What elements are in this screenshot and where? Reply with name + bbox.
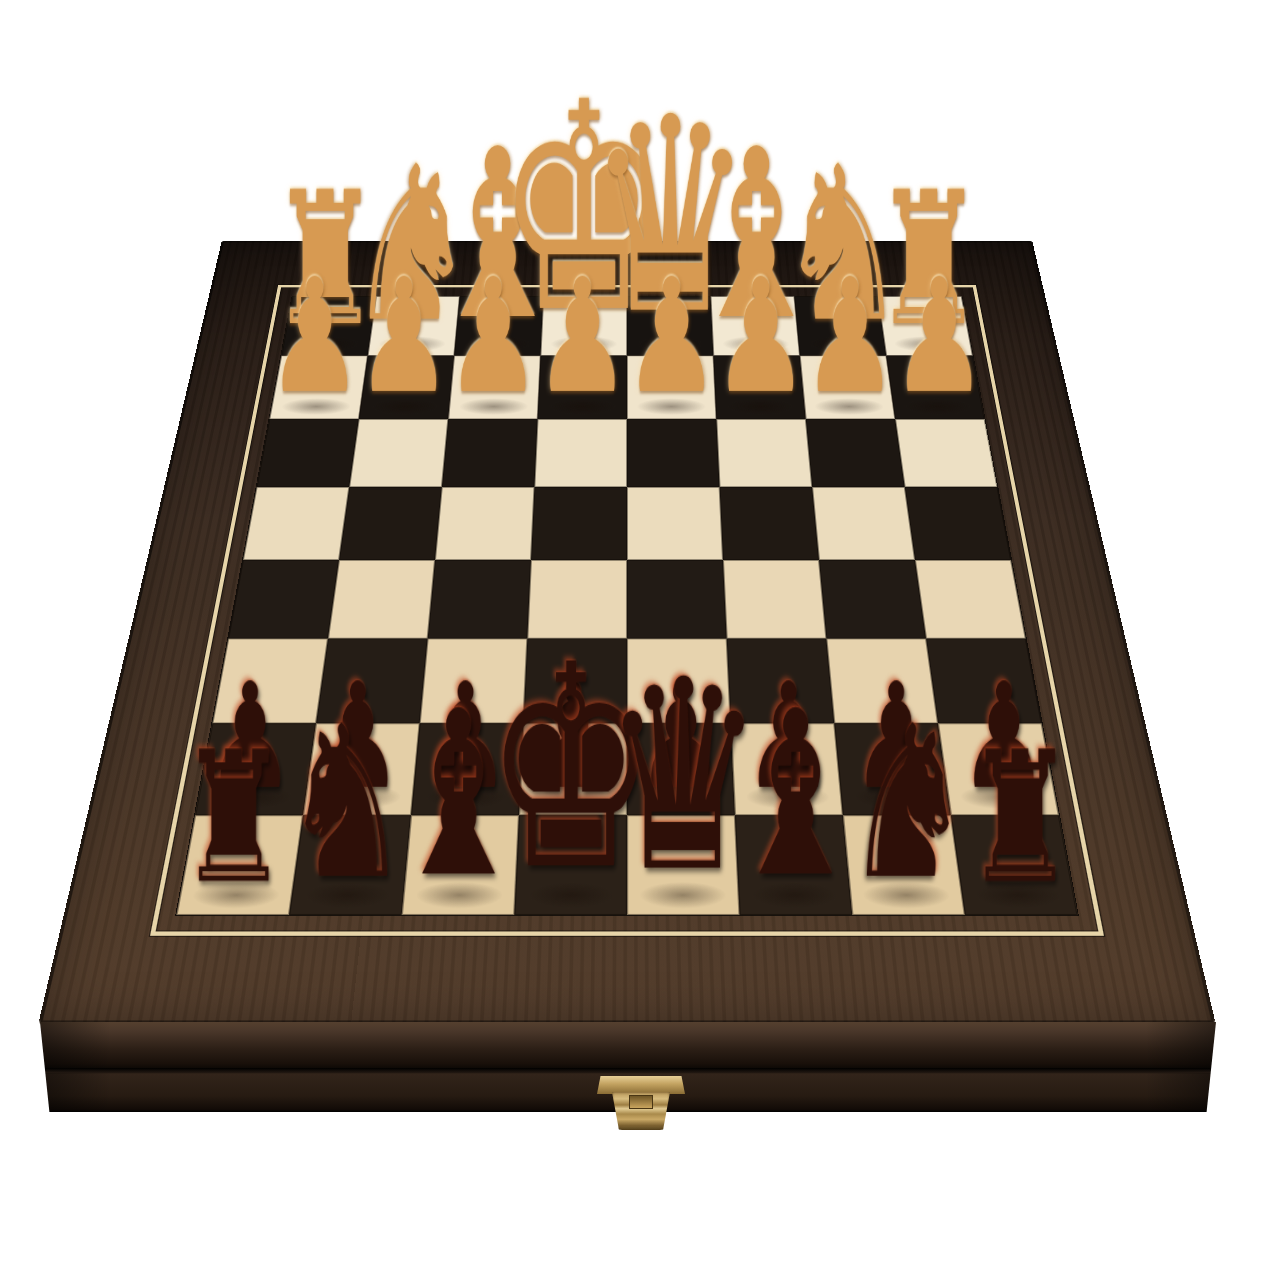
square-f3[interactable] (442, 419, 538, 487)
square-a3[interactable] (895, 419, 997, 487)
square-c4[interactable] (720, 487, 819, 560)
square-a4[interactable] (905, 487, 1011, 560)
piece-black-knight[interactable]: ♞ (844, 698, 972, 909)
square-h5[interactable] (228, 560, 339, 639)
square-d3[interactable] (627, 419, 720, 487)
piece-white-pawn[interactable]: ♟ (802, 257, 898, 415)
square-d8[interactable]: ♛ (627, 815, 740, 915)
square-g2[interactable]: ♟ (359, 356, 454, 419)
square-a5[interactable] (915, 560, 1026, 639)
chess-box-lid: ♜♞♝♚♛♝♞♜♟♟♟♟♟♟♟♟♟♟♟♟♟♟♟♟♜♞♝♚♛♝♞♜ (38, 241, 1215, 1024)
square-a2[interactable]: ♟ (886, 356, 984, 419)
latch-catch (630, 1096, 652, 1108)
square-e4[interactable] (531, 487, 627, 560)
square-h2[interactable]: ♟ (269, 356, 367, 419)
square-c2[interactable]: ♟ (713, 356, 805, 419)
piece-white-pawn[interactable]: ♟ (713, 257, 809, 415)
piece-white-pawn[interactable]: ♟ (445, 257, 541, 415)
square-d4[interactable] (627, 487, 723, 560)
latch-plate (597, 1076, 685, 1094)
square-c3[interactable] (716, 419, 812, 487)
square-c8[interactable]: ♝ (735, 815, 852, 915)
piece-white-pawn[interactable]: ♟ (623, 257, 719, 415)
square-e2[interactable]: ♟ (538, 356, 627, 419)
square-h3[interactable] (257, 419, 359, 487)
square-h4[interactable] (243, 487, 349, 560)
square-d2[interactable]: ♟ (627, 356, 716, 419)
square-b4[interactable] (812, 487, 915, 560)
square-a8[interactable]: ♜ (951, 815, 1078, 915)
square-f4[interactable] (435, 487, 534, 560)
piece-white-pawn[interactable]: ♟ (891, 257, 987, 415)
piece-black-rook[interactable]: ♜ (965, 727, 1076, 908)
square-b5[interactable] (819, 560, 926, 639)
square-g5[interactable] (328, 560, 435, 639)
square-g4[interactable] (339, 487, 442, 560)
square-g3[interactable] (349, 419, 448, 487)
square-e3[interactable] (534, 419, 627, 487)
piece-black-rook[interactable]: ♜ (179, 727, 290, 908)
piece-white-pawn[interactable]: ♟ (534, 257, 630, 415)
square-b3[interactable] (806, 419, 905, 487)
square-b2[interactable]: ♟ (800, 356, 895, 419)
piece-white-pawn[interactable]: ♟ (356, 257, 452, 415)
chess-board: ♜♞♝♚♛♝♞♜♟♟♟♟♟♟♟♟♟♟♟♟♟♟♟♟♜♞♝♚♛♝♞♜ (176, 296, 1077, 915)
piece-white-pawn[interactable]: ♟ (267, 257, 363, 415)
square-f2[interactable]: ♟ (448, 356, 540, 419)
lid-seam (40, 1068, 1216, 1073)
square-b8[interactable]: ♞ (843, 815, 965, 915)
brass-latch[interactable] (597, 1076, 685, 1132)
